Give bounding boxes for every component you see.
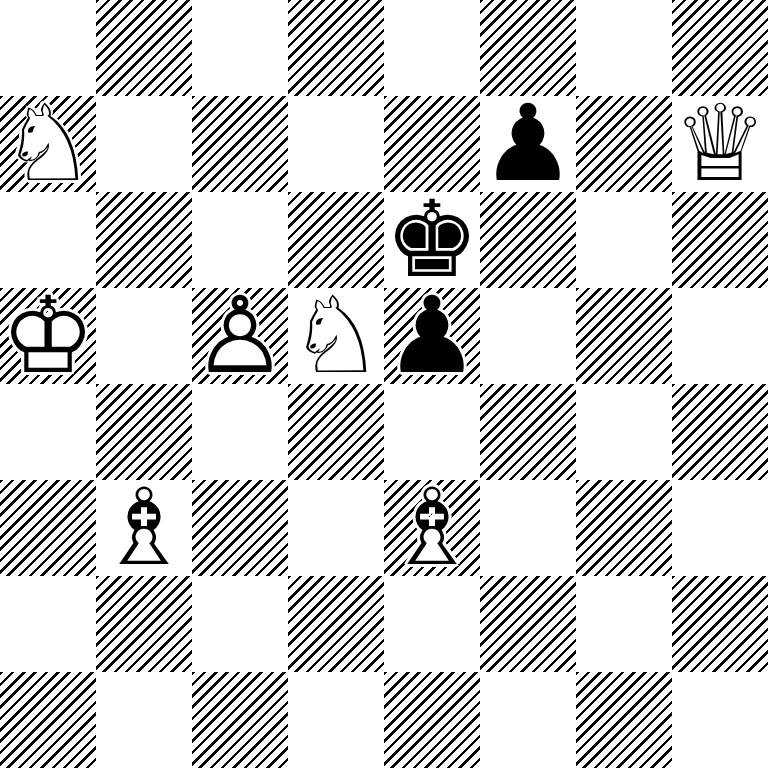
square-b2[interactable] <box>96 576 192 672</box>
square-d5[interactable]: ♞♘ <box>288 288 384 384</box>
square-b7[interactable] <box>96 96 192 192</box>
square-a5[interactable]: ♚♔ <box>0 288 96 384</box>
square-g8[interactable] <box>576 0 672 96</box>
square-a4[interactable] <box>0 384 96 480</box>
square-g2[interactable] <box>576 576 672 672</box>
square-h5[interactable] <box>672 288 768 384</box>
square-c4[interactable] <box>192 384 288 480</box>
square-c2[interactable] <box>192 576 288 672</box>
square-b4[interactable] <box>96 384 192 480</box>
square-f3[interactable] <box>480 480 576 576</box>
square-g5[interactable] <box>576 288 672 384</box>
white-knight-icon: ♘ <box>288 288 384 384</box>
square-a8[interactable] <box>0 0 96 96</box>
square-b3[interactable]: ♝♗ <box>96 480 192 576</box>
square-a1[interactable] <box>0 672 96 768</box>
square-a2[interactable] <box>0 576 96 672</box>
square-e8[interactable] <box>384 0 480 96</box>
piece-black-king-e6[interactable]: ♚♚ <box>384 192 480 288</box>
square-e2[interactable] <box>384 576 480 672</box>
black-pawn-halo: ♟ <box>480 96 576 192</box>
black-pawn-icon: ♟ <box>384 288 480 384</box>
square-f1[interactable] <box>480 672 576 768</box>
square-h7[interactable]: ♛♕ <box>672 96 768 192</box>
square-a7[interactable]: ♞♘ <box>0 96 96 192</box>
square-d6[interactable] <box>288 192 384 288</box>
square-c5[interactable]: ♟♙ <box>192 288 288 384</box>
black-pawn-halo: ♟ <box>384 288 480 384</box>
white-queen-icon: ♕ <box>672 96 768 192</box>
square-g6[interactable] <box>576 192 672 288</box>
square-g4[interactable] <box>576 384 672 480</box>
square-h3[interactable] <box>672 480 768 576</box>
square-f8[interactable] <box>480 0 576 96</box>
square-h6[interactable] <box>672 192 768 288</box>
square-a6[interactable] <box>0 192 96 288</box>
black-king-icon: ♚ <box>384 192 480 288</box>
square-b6[interactable] <box>96 192 192 288</box>
square-e5[interactable]: ♟♟ <box>384 288 480 384</box>
square-d2[interactable] <box>288 576 384 672</box>
white-knight-icon: ♘ <box>0 96 96 192</box>
square-h8[interactable] <box>672 0 768 96</box>
square-f4[interactable] <box>480 384 576 480</box>
square-d1[interactable] <box>288 672 384 768</box>
piece-white-queen-h7[interactable]: ♛♕ <box>672 96 768 192</box>
square-h2[interactable] <box>672 576 768 672</box>
square-f2[interactable] <box>480 576 576 672</box>
piece-white-pawn-c5[interactable]: ♟♙ <box>192 288 288 384</box>
square-b5[interactable] <box>96 288 192 384</box>
square-e6[interactable]: ♚♚ <box>384 192 480 288</box>
square-h4[interactable] <box>672 384 768 480</box>
white-bishop-halo: ♝ <box>96 480 192 576</box>
square-g3[interactable] <box>576 480 672 576</box>
white-knight-halo: ♞ <box>288 288 384 384</box>
square-c6[interactable] <box>192 192 288 288</box>
chess-diagram: ♞♘♟♟♛♕♚♚♚♔♟♙♞♘♟♟♝♗♝♗ <box>0 0 768 768</box>
square-h1[interactable] <box>672 672 768 768</box>
white-queen-halo: ♛ <box>672 96 768 192</box>
white-knight-halo: ♞ <box>0 96 96 192</box>
square-e7[interactable] <box>384 96 480 192</box>
piece-white-knight-d5[interactable]: ♞♘ <box>288 288 384 384</box>
piece-white-bishop-b3[interactable]: ♝♗ <box>96 480 192 576</box>
white-pawn-icon: ♙ <box>192 288 288 384</box>
square-f6[interactable] <box>480 192 576 288</box>
white-king-halo: ♚ <box>0 288 96 384</box>
piece-white-knight-a7[interactable]: ♞♘ <box>0 96 96 192</box>
square-g7[interactable] <box>576 96 672 192</box>
square-e1[interactable] <box>384 672 480 768</box>
square-d4[interactable] <box>288 384 384 480</box>
square-g1[interactable] <box>576 672 672 768</box>
black-pawn-icon: ♟ <box>480 96 576 192</box>
square-d7[interactable] <box>288 96 384 192</box>
white-king-icon: ♔ <box>0 288 96 384</box>
square-b8[interactable] <box>96 0 192 96</box>
square-b1[interactable] <box>96 672 192 768</box>
white-bishop-icon: ♗ <box>384 480 480 576</box>
square-c7[interactable] <box>192 96 288 192</box>
square-a3[interactable] <box>0 480 96 576</box>
white-bishop-icon: ♗ <box>96 480 192 576</box>
piece-white-bishop-e3[interactable]: ♝♗ <box>384 480 480 576</box>
chess-board: ♞♘♟♟♛♕♚♚♚♔♟♙♞♘♟♟♝♗♝♗ <box>0 0 768 768</box>
square-c3[interactable] <box>192 480 288 576</box>
square-f7[interactable]: ♟♟ <box>480 96 576 192</box>
white-pawn-halo: ♟ <box>192 288 288 384</box>
white-bishop-halo: ♝ <box>384 480 480 576</box>
piece-black-pawn-e5[interactable]: ♟♟ <box>384 288 480 384</box>
piece-white-king-a5[interactable]: ♚♔ <box>0 288 96 384</box>
square-c8[interactable] <box>192 0 288 96</box>
square-d8[interactable] <box>288 0 384 96</box>
black-king-halo: ♚ <box>384 192 480 288</box>
square-d3[interactable] <box>288 480 384 576</box>
square-c1[interactable] <box>192 672 288 768</box>
square-e3[interactable]: ♝♗ <box>384 480 480 576</box>
square-e4[interactable] <box>384 384 480 480</box>
square-f5[interactable] <box>480 288 576 384</box>
piece-black-pawn-f7[interactable]: ♟♟ <box>480 96 576 192</box>
